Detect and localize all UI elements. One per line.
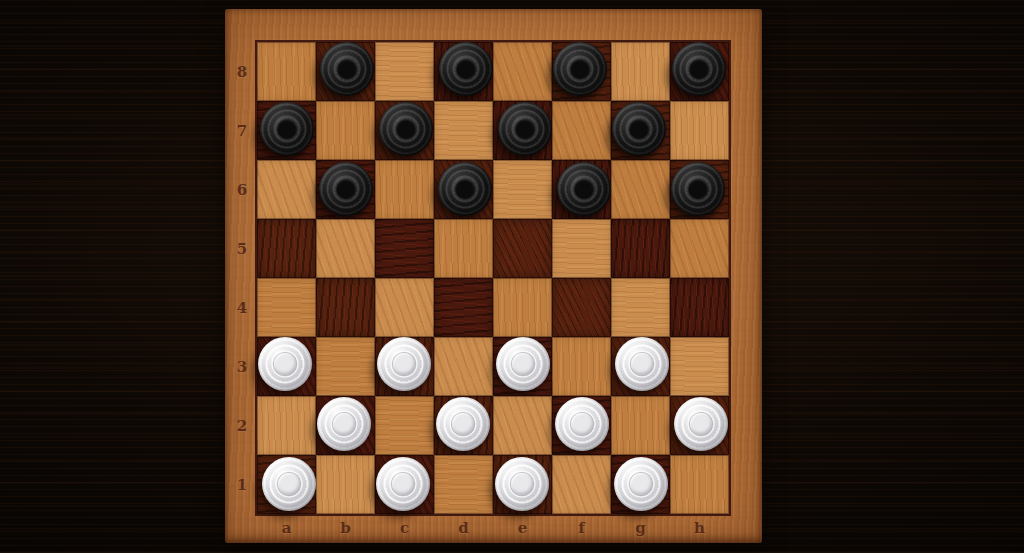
white-checker-c1[interactable] — [376, 457, 430, 511]
square-f8[interactable] — [552, 42, 611, 101]
square-h7[interactable] — [670, 101, 729, 160]
square-c4[interactable] — [375, 278, 434, 337]
square-a3[interactable] — [257, 337, 316, 396]
square-e6[interactable] — [493, 160, 552, 219]
file-label-f: f — [552, 516, 611, 540]
square-c2[interactable] — [375, 396, 434, 455]
square-e1[interactable] — [493, 455, 552, 514]
square-g1[interactable] — [611, 455, 670, 514]
square-f1[interactable] — [552, 455, 611, 514]
square-g3[interactable] — [611, 337, 670, 396]
square-h5[interactable] — [670, 219, 729, 278]
white-checker-g1[interactable] — [614, 457, 668, 511]
white-checker-f2[interactable] — [555, 397, 609, 451]
file-label-e: e — [493, 516, 552, 540]
square-a4[interactable] — [257, 278, 316, 337]
black-checker-g7[interactable] — [612, 102, 666, 156]
rank-label-2: 2 — [229, 396, 255, 455]
square-f6[interactable] — [552, 160, 611, 219]
black-checker-h6[interactable] — [671, 162, 725, 216]
white-checker-c3[interactable] — [377, 337, 431, 391]
black-checker-a7[interactable] — [260, 102, 314, 156]
square-a2[interactable] — [257, 396, 316, 455]
square-b2[interactable] — [316, 396, 375, 455]
square-a1[interactable] — [257, 455, 316, 514]
square-d8[interactable] — [434, 42, 493, 101]
square-d3[interactable] — [434, 337, 493, 396]
file-label-d: d — [434, 516, 493, 540]
black-checker-h8[interactable] — [672, 42, 726, 96]
checkers-board: 87654321 abcdefgh — [225, 9, 762, 543]
file-label-h: h — [670, 516, 729, 540]
square-a6[interactable] — [257, 160, 316, 219]
square-d7[interactable] — [434, 101, 493, 160]
file-labels: abcdefgh — [257, 516, 729, 540]
square-d1[interactable] — [434, 455, 493, 514]
square-c1[interactable] — [375, 455, 434, 514]
square-b4[interactable] — [316, 278, 375, 337]
black-checker-d6[interactable] — [438, 162, 492, 216]
black-checker-f8[interactable] — [553, 42, 607, 96]
square-a5[interactable] — [257, 219, 316, 278]
black-checker-b8[interactable] — [320, 42, 374, 96]
square-g5[interactable] — [611, 219, 670, 278]
white-checker-d2[interactable] — [436, 397, 490, 451]
square-e5[interactable] — [493, 219, 552, 278]
rank-label-8: 8 — [229, 42, 255, 101]
square-h4[interactable] — [670, 278, 729, 337]
white-checker-b2[interactable] — [317, 397, 371, 451]
square-e7[interactable] — [493, 101, 552, 160]
square-g7[interactable] — [611, 101, 670, 160]
rank-label-4: 4 — [229, 278, 255, 337]
white-checker-a3[interactable] — [258, 337, 312, 391]
square-e3[interactable] — [493, 337, 552, 396]
square-c3[interactable] — [375, 337, 434, 396]
rank-label-1: 1 — [229, 455, 255, 514]
square-h8[interactable] — [670, 42, 729, 101]
square-b8[interactable] — [316, 42, 375, 101]
square-c7[interactable] — [375, 101, 434, 160]
square-c8[interactable] — [375, 42, 434, 101]
square-b7[interactable] — [316, 101, 375, 160]
white-checker-e1[interactable] — [495, 457, 549, 511]
file-label-g: g — [611, 516, 670, 540]
square-c5[interactable] — [375, 219, 434, 278]
square-b5[interactable] — [316, 219, 375, 278]
square-d4[interactable] — [434, 278, 493, 337]
white-checker-g3[interactable] — [615, 337, 669, 391]
square-e4[interactable] — [493, 278, 552, 337]
board-grid — [255, 40, 731, 516]
square-f4[interactable] — [552, 278, 611, 337]
rank-label-7: 7 — [229, 101, 255, 160]
square-f2[interactable] — [552, 396, 611, 455]
square-d5[interactable] — [434, 219, 493, 278]
square-b3[interactable] — [316, 337, 375, 396]
square-f3[interactable] — [552, 337, 611, 396]
square-h1[interactable] — [670, 455, 729, 514]
square-e8[interactable] — [493, 42, 552, 101]
square-g8[interactable] — [611, 42, 670, 101]
file-label-b: b — [316, 516, 375, 540]
black-checker-d8[interactable] — [439, 42, 493, 96]
square-a8[interactable] — [257, 42, 316, 101]
white-checker-e3[interactable] — [496, 337, 550, 391]
square-g2[interactable] — [611, 396, 670, 455]
square-a7[interactable] — [257, 101, 316, 160]
table-surface: { "game": "checkers (English draughts)",… — [0, 0, 1024, 553]
black-checker-b6[interactable] — [319, 162, 373, 216]
square-d2[interactable] — [434, 396, 493, 455]
square-c6[interactable] — [375, 160, 434, 219]
square-e2[interactable] — [493, 396, 552, 455]
rank-label-5: 5 — [229, 219, 255, 278]
file-label-c: c — [375, 516, 434, 540]
black-checker-c7[interactable] — [379, 102, 433, 156]
square-h3[interactable] — [670, 337, 729, 396]
rank-label-6: 6 — [229, 160, 255, 219]
square-b1[interactable] — [316, 455, 375, 514]
rank-label-3: 3 — [229, 337, 255, 396]
square-f7[interactable] — [552, 101, 611, 160]
square-g4[interactable] — [611, 278, 670, 337]
white-checker-a1[interactable] — [262, 457, 316, 511]
black-checker-f6[interactable] — [557, 162, 611, 216]
file-label-a: a — [257, 516, 316, 540]
square-h2[interactable] — [670, 396, 729, 455]
square-d6[interactable] — [434, 160, 493, 219]
square-b6[interactable] — [316, 160, 375, 219]
square-h6[interactable] — [670, 160, 729, 219]
square-f5[interactable] — [552, 219, 611, 278]
black-checker-e7[interactable] — [498, 102, 552, 156]
square-g6[interactable] — [611, 160, 670, 219]
rank-labels: 87654321 — [229, 42, 255, 514]
white-checker-h2[interactable] — [674, 397, 728, 451]
